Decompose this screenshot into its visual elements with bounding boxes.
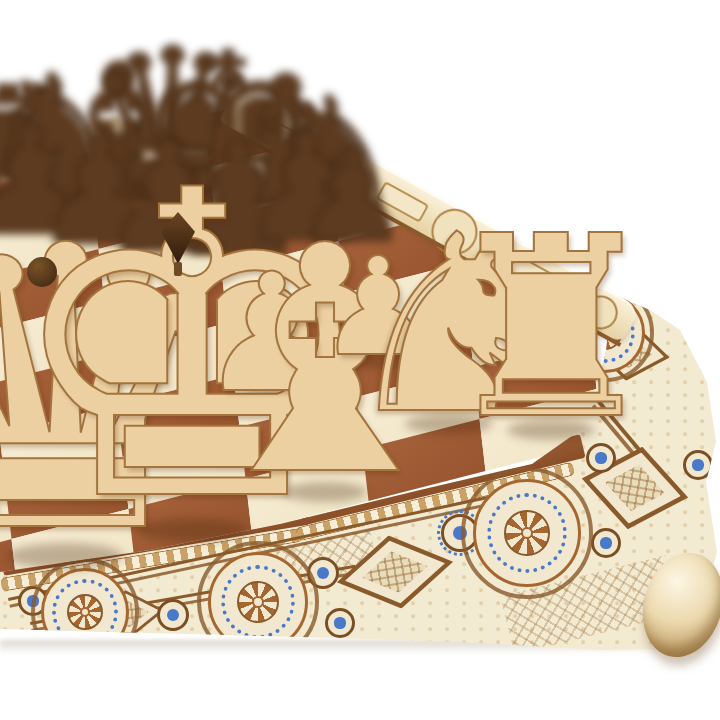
eye-blue-center bbox=[692, 459, 703, 470]
square-h8 bbox=[438, 25, 561, 107]
rosette-center bbox=[252, 596, 264, 608]
eye-circle-ornament bbox=[683, 450, 713, 480]
eye-blue-center bbox=[334, 617, 345, 628]
dark-stem-finial bbox=[174, 262, 182, 276]
chess-set-photo: ♛♚♟♝♟♞♜♜♞♝♛♚♝♞♟♟♟♟♟♟ bbox=[0, 0, 720, 720]
flower-rosette-medallion bbox=[473, 479, 581, 587]
eye-circle-ornament bbox=[591, 528, 621, 558]
eye-blue-center bbox=[600, 537, 611, 548]
white-rook-h1: ♜ bbox=[439, 203, 664, 454]
eye-circle-ornament bbox=[325, 608, 355, 638]
dark-ball-finial bbox=[27, 257, 57, 287]
square-h7 bbox=[444, 77, 567, 159]
